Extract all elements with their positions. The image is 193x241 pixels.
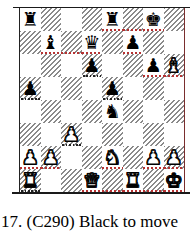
piece-white-pawn-b2[interactable]: ♟ (41, 146, 62, 169)
square-e3[interactable] (102, 123, 123, 146)
square-a8[interactable]: ♜ (20, 8, 41, 31)
square-f1[interactable]: ♜ (123, 169, 144, 192)
square-h7[interactable] (164, 31, 185, 54)
piece-white-pawn-c3[interactable]: ♟ (61, 123, 82, 146)
square-a7[interactable] (20, 31, 41, 54)
square-a2[interactable]: ♟ (20, 146, 41, 169)
square-b5[interactable] (41, 77, 62, 100)
square-c3[interactable]: ♟ (61, 123, 82, 146)
square-h2[interactable]: ♟ (164, 146, 185, 169)
piece-white-pawn-g2[interactable]: ♟ (143, 146, 164, 169)
piece-black-pawn-e5[interactable]: ♟ (102, 77, 123, 100)
square-d4[interactable] (82, 100, 103, 123)
square-g6[interactable]: ♟ (143, 54, 164, 77)
square-e5[interactable]: ♟ (102, 77, 123, 100)
square-g5[interactable] (143, 77, 164, 100)
square-f7[interactable]: ♟ (123, 31, 144, 54)
square-b3[interactable] (41, 123, 62, 146)
square-f3[interactable] (123, 123, 144, 146)
piece-white-pawn-a2[interactable]: ♟ (20, 146, 41, 169)
piece-white-rook-f1[interactable]: ♜ (123, 169, 144, 192)
square-c6[interactable] (61, 54, 82, 77)
puzzle-caption: 17. (C290) Black to move (1, 211, 193, 233)
piece-black-pawn-d6[interactable]: ♟ (82, 54, 103, 77)
square-d7[interactable]: ♛ (82, 31, 103, 54)
square-c5[interactable] (61, 77, 82, 100)
square-c1[interactable] (61, 169, 82, 192)
square-e6[interactable] (102, 54, 123, 77)
square-c2[interactable] (61, 146, 82, 169)
square-c4[interactable] (61, 100, 82, 123)
piece-black-queen-d7[interactable]: ♛ (82, 31, 103, 54)
square-h5[interactable] (164, 77, 185, 100)
square-g3[interactable] (143, 123, 164, 146)
square-c8[interactable] (61, 8, 82, 31)
square-e8[interactable]: ♜ (102, 8, 123, 31)
square-h4[interactable] (164, 100, 185, 123)
square-d5[interactable] (82, 77, 103, 100)
square-h8[interactable] (164, 8, 185, 31)
square-g2[interactable]: ♟ (143, 146, 164, 169)
square-b2[interactable]: ♟ (41, 146, 62, 169)
chess-board: ♜♜♚♝♛♟♟♟♝♟♟♞♟♟♟♞♟♟♜♛♜♚ (19, 8, 185, 192)
piece-white-bishop-h6[interactable]: ♝ (164, 54, 185, 77)
square-g7[interactable] (143, 31, 164, 54)
square-e2[interactable]: ♞ (102, 146, 123, 169)
piece-black-bishop-b7[interactable]: ♝ (41, 31, 62, 54)
board-bottom-rule (12, 192, 190, 194)
square-h3[interactable] (164, 123, 185, 146)
piece-white-queen-d1[interactable]: ♛ (82, 169, 103, 192)
piece-white-pawn-h2[interactable]: ♟ (164, 146, 185, 169)
piece-black-rook-e8[interactable]: ♜ (102, 8, 123, 31)
square-c7[interactable] (61, 31, 82, 54)
square-g8[interactable]: ♚ (143, 8, 164, 31)
piece-white-rook-a1[interactable]: ♜ (20, 169, 41, 192)
square-g1[interactable] (143, 169, 164, 192)
square-a4[interactable] (20, 100, 41, 123)
piece-black-pawn-g6[interactable]: ♟ (143, 54, 164, 77)
piece-white-knight-e2[interactable]: ♞ (102, 146, 123, 169)
chess-diagram-page: ♜♜♚♝♛♟♟♟♝♟♟♞♟♟♟♞♟♟♜♛♜♚ 17. (C290) Black … (0, 0, 193, 241)
square-f8[interactable] (123, 8, 144, 31)
square-h1[interactable]: ♚ (164, 169, 185, 192)
square-f4[interactable] (123, 100, 144, 123)
square-g4[interactable] (143, 100, 164, 123)
square-b1[interactable] (41, 169, 62, 192)
piece-black-rook-a8[interactable]: ♜ (20, 8, 41, 31)
piece-black-pawn-f7[interactable]: ♟ (123, 31, 144, 54)
square-b7[interactable]: ♝ (41, 31, 62, 54)
square-h6[interactable]: ♝ (164, 54, 185, 77)
square-b6[interactable] (41, 54, 62, 77)
square-a3[interactable] (20, 123, 41, 146)
square-b8[interactable] (41, 8, 62, 31)
square-f2[interactable] (123, 146, 144, 169)
piece-black-knight-e4[interactable]: ♞ (102, 100, 123, 123)
piece-black-pawn-a5[interactable]: ♟ (20, 77, 41, 100)
piece-white-king-h1[interactable]: ♚ (164, 169, 185, 192)
square-e7[interactable] (102, 31, 123, 54)
square-f6[interactable] (123, 54, 144, 77)
square-f5[interactable] (123, 77, 144, 100)
square-d2[interactable] (82, 146, 103, 169)
square-e1[interactable] (102, 169, 123, 192)
square-e4[interactable]: ♞ (102, 100, 123, 123)
square-d3[interactable] (82, 123, 103, 146)
piece-black-king-g8[interactable]: ♚ (143, 8, 164, 31)
square-a6[interactable] (20, 54, 41, 77)
square-d6[interactable]: ♟ (82, 54, 103, 77)
square-a1[interactable]: ♜ (20, 169, 41, 192)
square-d8[interactable] (82, 8, 103, 31)
square-b4[interactable] (41, 100, 62, 123)
square-d1[interactable]: ♛ (82, 169, 103, 192)
square-a5[interactable]: ♟ (20, 77, 41, 100)
